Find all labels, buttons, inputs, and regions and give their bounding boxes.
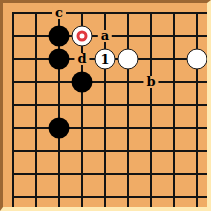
grid-line-vertical — [12, 12, 14, 207]
point-label-d: d — [74, 53, 89, 65]
grid-line-horizontal — [12, 104, 207, 106]
grid-line-horizontal — [12, 173, 207, 175]
point-label-c: c — [52, 7, 66, 19]
white-stone — [187, 49, 208, 70]
white-stone — [118, 49, 139, 70]
white-stone-move-1: 1 — [95, 49, 116, 70]
black-stone — [49, 49, 70, 70]
grid-line-horizontal — [12, 196, 207, 198]
point-label-a: a — [98, 30, 112, 42]
point-label-b: b — [143, 76, 158, 88]
grid-line-horizontal — [12, 12, 207, 14]
grid-line-vertical — [196, 12, 198, 207]
board-layer: cad1b — [3, 3, 207, 207]
grid-line-horizontal — [12, 127, 207, 129]
grid-line-horizontal — [12, 150, 207, 152]
black-stone — [49, 118, 70, 139]
go-board: cad1b — [0, 0, 211, 211]
grid-line-vertical — [127, 12, 129, 207]
black-stone — [49, 26, 70, 47]
grid-line-vertical — [150, 12, 152, 207]
grid-line-vertical — [35, 12, 37, 207]
black-stone — [72, 72, 93, 93]
circle-mark-icon — [77, 31, 88, 42]
grid-line-horizontal — [12, 81, 207, 83]
white-stone-circle-marked — [72, 26, 93, 47]
grid-line-vertical — [173, 12, 175, 207]
